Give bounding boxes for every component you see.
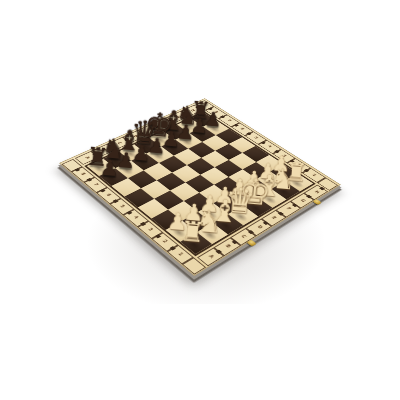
- black-pawn-g7[interactable]: ♟: [190, 116, 209, 137]
- coordinate-text: 8: [214, 111, 219, 114]
- coordinate-text: 3: [147, 228, 153, 232]
- coordinate-text: 5: [119, 205, 125, 209]
- coordinate-text: 8: [80, 173, 86, 176]
- coordinate-text: A: [208, 254, 215, 259]
- coordinate-text: D: [256, 225, 262, 229]
- piece-shadow: [137, 141, 154, 152]
- square-d8[interactable]: ♛: [134, 138, 161, 154]
- black-pawn-e7[interactable]: ♟: [162, 129, 182, 151]
- coordinate-text: C: [240, 235, 246, 239]
- coordinate-text: G: [175, 115, 180, 118]
- coordinate-text: 7: [93, 183, 99, 187]
- piece-shadow: [166, 128, 183, 138]
- brass-clasp-icon: [247, 240, 257, 247]
- coordinate-text: H: [189, 109, 194, 112]
- square-d6[interactable]: [159, 156, 187, 173]
- piece-shadow: [134, 157, 152, 169]
- square-f8[interactable]: ♝: [163, 125, 189, 140]
- square-g7[interactable]: ♟: [189, 127, 215, 142]
- piece-shadow: [149, 150, 167, 161]
- coordinate-text: 1: [311, 174, 316, 177]
- coordinate-text: 4: [267, 145, 272, 148]
- square-g8[interactable]: ♞: [177, 119, 203, 134]
- border-corner: [317, 178, 338, 191]
- coordinate-text: H: [313, 190, 319, 194]
- piece-shadow: [179, 122, 196, 132]
- piece-shadow: [178, 137, 195, 148]
- black-pawn-a7[interactable]: ♟: [99, 157, 120, 180]
- coordinate-label-3: 3: [137, 221, 163, 239]
- square-g5[interactable]: [215, 144, 242, 160]
- white-rook-a1[interactable]: ♜: [179, 217, 207, 247]
- piece-shadow: [192, 130, 209, 140]
- square-f6[interactable]: [188, 142, 215, 158]
- coordinate-text: 5: [253, 136, 258, 139]
- chess-board: 87654321 87654321 HGFEDCBA HGFEDCBA ♜♟♟♜…: [59, 98, 341, 276]
- coordinate-text: 4: [133, 216, 139, 220]
- square-e8[interactable]: ♚: [149, 131, 176, 146]
- square-d7[interactable]: ♟: [146, 147, 173, 163]
- coordinate-text: 6: [105, 194, 111, 198]
- piece-shadow: [205, 124, 222, 134]
- perspective-scene: 87654321 87654321 HGFEDCBA HGFEDCBA ♜♟♟♜…: [92, 66, 309, 283]
- product-photo-background: 87654321 87654321 HGFEDCBA HGFEDCBA ♜♟♟♜…: [0, 0, 400, 400]
- coordinate-text: D: [132, 135, 138, 138]
- square-e5[interactable]: [187, 158, 215, 175]
- square-f5[interactable]: [201, 151, 228, 167]
- square-e7[interactable]: ♟: [161, 140, 188, 156]
- coordinate-text: E: [147, 128, 152, 131]
- coordinate-text: F: [286, 207, 292, 211]
- coordinate-text: B: [224, 244, 230, 248]
- board-grid: ♜♟♟♜♞♟♟♞♝♟♟♝♚♟♟♚♛♟♟♛♝♟♟♝♞♟♟♞♜♟♟♜: [84, 111, 316, 256]
- coordinate-text: F: [161, 122, 166, 125]
- coordinate-text: 2: [162, 240, 168, 244]
- piece-shadow: [193, 116, 210, 126]
- brass-clasp-icon: [312, 199, 321, 205]
- coordinate-text: G: [299, 199, 305, 203]
- camera-tilt: 87654321 87654321 HGFEDCBA HGFEDCBA ♜♟♟♜…: [0, 0, 400, 400]
- black-pawn-f7[interactable]: ♟: [176, 122, 196, 143]
- coordinate-text: 6: [240, 128, 245, 131]
- coordinate-text: E: [271, 216, 277, 220]
- piece-shadow: [151, 135, 168, 146]
- square-e6[interactable]: [174, 149, 201, 165]
- coordinate-text: 1: [177, 252, 183, 256]
- square-g6[interactable]: [202, 135, 229, 151]
- coordinate-text: 7: [226, 119, 231, 122]
- square-f7[interactable]: ♟: [175, 133, 202, 149]
- black-pawn-d7[interactable]: ♟: [147, 135, 167, 157]
- piece-shadow: [164, 143, 182, 154]
- coordinate-text: C: [117, 142, 123, 145]
